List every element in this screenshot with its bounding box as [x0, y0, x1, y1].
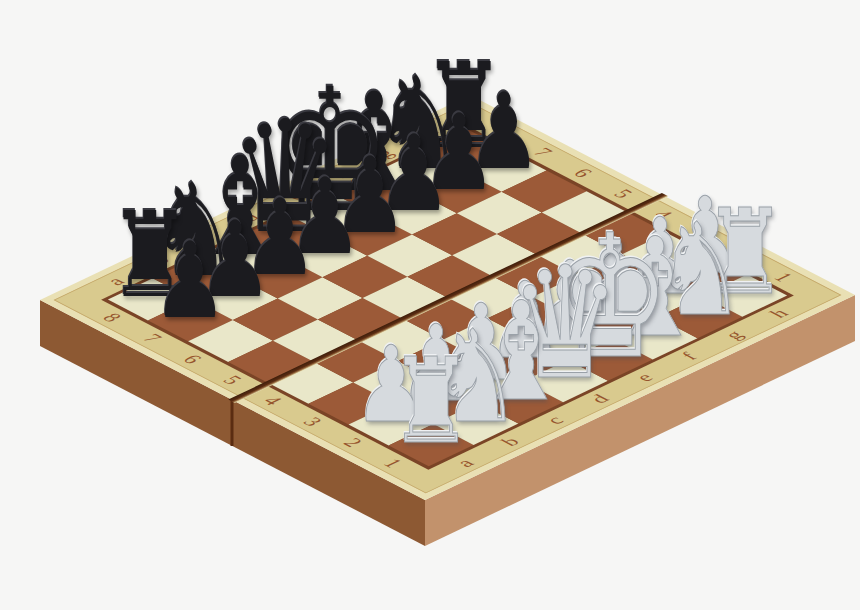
page-background: { "game": "chess", "position": { "fen": … [0, 0, 860, 610]
piece-white-rook-a1[interactable]: ♜ [389, 342, 474, 460]
chessboard-scene: aabbccddeeffgghh8877665544332211 ♜♞♝♛♚♝♞… [0, 0, 860, 610]
piece-black-pawn-a7[interactable]: ♟ [153, 229, 228, 334]
